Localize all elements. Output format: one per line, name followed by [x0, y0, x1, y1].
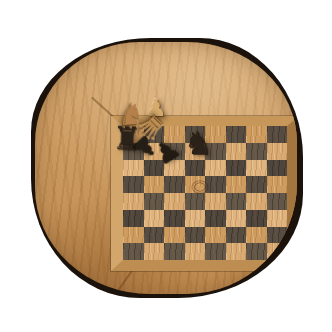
square-h8 — [267, 126, 288, 143]
square-d6 — [185, 160, 206, 177]
square-c4 — [164, 193, 185, 210]
square-b1 — [144, 243, 165, 260]
chess-board-slab — [35, 42, 297, 294]
square-d3 — [185, 210, 206, 227]
square-e8 — [205, 126, 226, 143]
square-g6 — [246, 160, 267, 177]
square-f7 — [226, 143, 247, 160]
square-b5 — [144, 176, 165, 193]
square-e2 — [205, 227, 226, 244]
square-c8 — [164, 126, 185, 143]
square-d7 — [185, 143, 206, 160]
square-e3 — [205, 210, 226, 227]
square-f3 — [226, 210, 247, 227]
square-h3 — [267, 210, 288, 227]
square-c3 — [164, 210, 185, 227]
square-g3 — [246, 210, 267, 227]
square-c2 — [164, 227, 185, 244]
square-e1 — [205, 243, 226, 260]
square-h5 — [267, 176, 288, 193]
square-c5 — [164, 176, 185, 193]
square-h4 — [267, 193, 288, 210]
square-f8 — [226, 126, 247, 143]
square-g8 — [246, 126, 267, 143]
square-b6 — [144, 160, 165, 177]
square-a2 — [123, 227, 144, 244]
square-g4 — [246, 193, 267, 210]
square-a7 — [123, 143, 144, 160]
square-a6 — [123, 160, 144, 177]
square-c6 — [164, 160, 185, 177]
square-b4 — [144, 193, 165, 210]
square-b3 — [144, 210, 165, 227]
square-h7 — [267, 143, 288, 160]
square-c7 — [164, 143, 185, 160]
frame-miter-seam-bottom-right — [287, 259, 297, 294]
square-f4 — [226, 193, 247, 210]
square-f5 — [226, 176, 247, 193]
square-d1 — [185, 243, 206, 260]
square-a5 — [123, 176, 144, 193]
square-b2 — [144, 227, 165, 244]
square-f1 — [226, 243, 247, 260]
square-d2 — [185, 227, 206, 244]
square-c1 — [164, 243, 185, 260]
square-a4 — [123, 193, 144, 210]
square-f2 — [226, 227, 247, 244]
square-e6 — [205, 160, 226, 177]
square-b7 — [144, 143, 165, 160]
product-photo: ♞♟♛♜♟♟♞ — [0, 0, 332, 332]
wood-knot-grain — [185, 175, 215, 199]
square-e7 — [205, 143, 226, 160]
square-a8 — [123, 126, 144, 143]
square-a3 — [123, 210, 144, 227]
square-a1 — [123, 243, 144, 260]
square-g2 — [246, 227, 267, 244]
square-b8 — [144, 126, 165, 143]
square-f6 — [226, 160, 247, 177]
square-g5 — [246, 176, 267, 193]
square-g7 — [246, 143, 267, 160]
square-h6 — [267, 160, 288, 177]
square-g1 — [246, 243, 267, 260]
square-d8 — [185, 126, 206, 143]
